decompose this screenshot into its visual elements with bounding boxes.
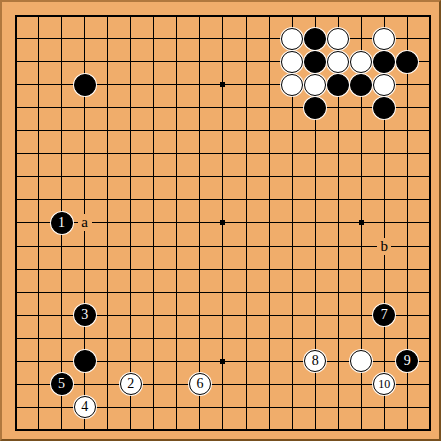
go-board: ab12345678910 bbox=[0, 0, 441, 441]
black-stone bbox=[373, 97, 395, 119]
move-6-white-stone: 6 bbox=[189, 373, 211, 395]
move-number: 10 bbox=[378, 378, 390, 390]
move-number: 8 bbox=[312, 354, 319, 368]
move-7-black-stone: 7 bbox=[373, 304, 395, 326]
white-stone bbox=[373, 74, 395, 96]
white-stone bbox=[327, 28, 349, 50]
move-4-white-stone: 4 bbox=[74, 396, 96, 418]
point-label-a: a bbox=[78, 214, 92, 231]
grid-line-horizontal bbox=[15, 384, 432, 385]
move-number: 1 bbox=[58, 216, 65, 230]
grid-line-horizontal bbox=[15, 269, 432, 270]
grid-line-vertical bbox=[429, 15, 431, 432]
move-number: 3 bbox=[81, 308, 88, 322]
move-number: 4 bbox=[81, 400, 88, 414]
black-stone bbox=[304, 28, 326, 50]
move-2-white-stone: 2 bbox=[120, 373, 142, 395]
move-number: 7 bbox=[381, 308, 388, 322]
star-point bbox=[220, 220, 225, 225]
black-stone bbox=[74, 74, 96, 96]
grid-line-horizontal bbox=[15, 246, 432, 247]
white-stone bbox=[350, 350, 372, 372]
grid-line-vertical bbox=[246, 15, 247, 432]
black-stone bbox=[74, 350, 96, 372]
black-stone bbox=[327, 74, 349, 96]
grid-line-vertical bbox=[269, 15, 270, 432]
grid-line-horizontal bbox=[15, 338, 432, 339]
move-8-white-stone: 8 bbox=[304, 350, 326, 372]
white-stone bbox=[304, 74, 326, 96]
white-stone bbox=[373, 28, 395, 50]
move-number: 6 bbox=[196, 377, 203, 391]
black-stone bbox=[304, 51, 326, 73]
grid-line-horizontal bbox=[15, 429, 432, 431]
star-point bbox=[220, 82, 225, 87]
black-stone bbox=[396, 51, 418, 73]
move-9-black-stone: 9 bbox=[396, 350, 418, 372]
black-stone bbox=[373, 51, 395, 73]
white-stone bbox=[281, 51, 303, 73]
point-label-b: b bbox=[377, 238, 391, 255]
black-stone bbox=[350, 74, 372, 96]
grid-line-horizontal bbox=[15, 292, 432, 293]
move-1-black-stone: 1 bbox=[51, 212, 73, 234]
white-stone bbox=[281, 74, 303, 96]
black-stone bbox=[304, 97, 326, 119]
white-stone bbox=[281, 28, 303, 50]
move-number: 5 bbox=[58, 377, 65, 391]
move-10-white-stone: 10 bbox=[373, 373, 395, 395]
move-3-black-stone: 3 bbox=[74, 304, 96, 326]
white-stone bbox=[350, 51, 372, 73]
move-number: 9 bbox=[404, 354, 411, 368]
star-point bbox=[359, 220, 364, 225]
star-point bbox=[220, 359, 225, 364]
move-number: 2 bbox=[127, 377, 134, 391]
move-5-black-stone: 5 bbox=[51, 373, 73, 395]
white-stone bbox=[327, 51, 349, 73]
